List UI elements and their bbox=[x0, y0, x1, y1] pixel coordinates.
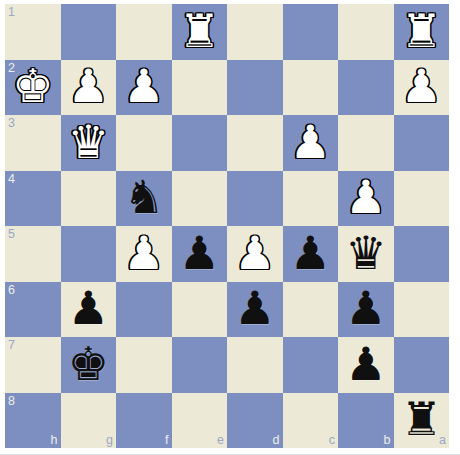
black-pawn-icon[interactable]: ♟ bbox=[234, 285, 275, 331]
rank-label-5: 5 bbox=[8, 228, 15, 241]
white-pawn-icon[interactable]: ♟ bbox=[290, 119, 331, 165]
square-h7[interactable]: 7 bbox=[5, 337, 61, 393]
white-rook-icon[interactable]: ♜ bbox=[179, 8, 220, 54]
rank-label-6: 6 bbox=[8, 284, 15, 297]
square-d2[interactable] bbox=[227, 60, 283, 116]
square-f2[interactable]: ♟ bbox=[116, 60, 172, 116]
white-pawn-icon[interactable]: ♟ bbox=[234, 230, 275, 276]
square-a2[interactable]: ♟ bbox=[394, 60, 450, 116]
white-rook-icon[interactable]: ♜ bbox=[401, 8, 442, 54]
square-e6[interactable] bbox=[172, 282, 228, 338]
square-g7[interactable]: ♚ bbox=[61, 337, 117, 393]
square-d8[interactable]: d bbox=[227, 393, 283, 449]
square-b4[interactable]: ♟ bbox=[338, 171, 394, 227]
file-label-f: f bbox=[165, 434, 168, 447]
square-c2[interactable] bbox=[283, 60, 339, 116]
square-b7[interactable]: ♟ bbox=[338, 337, 394, 393]
square-b3[interactable] bbox=[338, 115, 394, 171]
square-a4[interactable] bbox=[394, 171, 450, 227]
square-c6[interactable] bbox=[283, 282, 339, 338]
white-pawn-icon[interactable]: ♟ bbox=[68, 63, 109, 109]
black-pawn-icon[interactable]: ♟ bbox=[345, 285, 386, 331]
square-d6[interactable]: ♟ bbox=[227, 282, 283, 338]
square-b1[interactable] bbox=[338, 4, 394, 60]
file-label-d: d bbox=[273, 434, 280, 447]
square-d7[interactable] bbox=[227, 337, 283, 393]
square-f3[interactable] bbox=[116, 115, 172, 171]
black-pawn-icon[interactable]: ♟ bbox=[179, 230, 220, 276]
black-pawn-icon[interactable]: ♟ bbox=[68, 285, 109, 331]
black-king-icon[interactable]: ♚ bbox=[68, 341, 109, 387]
white-pawn-icon[interactable]: ♟ bbox=[345, 174, 386, 220]
rank-label-3: 3 bbox=[8, 117, 15, 130]
square-d3[interactable] bbox=[227, 115, 283, 171]
square-h4[interactable]: 4 bbox=[5, 171, 61, 227]
square-c3[interactable]: ♟ bbox=[283, 115, 339, 171]
black-pawn-icon[interactable]: ♟ bbox=[345, 341, 386, 387]
square-g4[interactable] bbox=[61, 171, 117, 227]
square-d4[interactable] bbox=[227, 171, 283, 227]
square-c4[interactable] bbox=[283, 171, 339, 227]
square-g2[interactable]: ♟ bbox=[61, 60, 117, 116]
square-e5[interactable]: ♟ bbox=[172, 226, 228, 282]
square-h2[interactable]: 2♚ bbox=[5, 60, 61, 116]
square-f6[interactable] bbox=[116, 282, 172, 338]
black-rook-icon[interactable]: ♜ bbox=[401, 396, 442, 442]
square-f4[interactable]: ♞ bbox=[116, 171, 172, 227]
rank-label-7: 7 bbox=[8, 339, 15, 352]
rank-label-4: 4 bbox=[8, 173, 15, 186]
chess-diagram: 1♜♜2♚♟♟♟3♛♟4♞♟5♟♟♟♟♛6♟♟♟7♚♟8hgfedcba♜ bbox=[0, 0, 460, 455]
square-h1[interactable]: 1 bbox=[5, 4, 61, 60]
white-pawn-icon[interactable]: ♟ bbox=[123, 230, 164, 276]
square-d1[interactable] bbox=[227, 4, 283, 60]
square-h5[interactable]: 5 bbox=[5, 226, 61, 282]
square-f1[interactable] bbox=[116, 4, 172, 60]
square-b5[interactable]: ♛ bbox=[338, 226, 394, 282]
square-e3[interactable] bbox=[172, 115, 228, 171]
file-label-g: g bbox=[106, 434, 113, 447]
chess-board: 1♜♜2♚♟♟♟3♛♟4♞♟5♟♟♟♟♛6♟♟♟7♚♟8hgfedcba♜ bbox=[5, 4, 449, 448]
square-c7[interactable] bbox=[283, 337, 339, 393]
rank-label-1: 1 bbox=[8, 6, 15, 19]
file-label-b: b bbox=[384, 434, 391, 447]
square-c1[interactable] bbox=[283, 4, 339, 60]
square-g3[interactable]: ♛ bbox=[61, 115, 117, 171]
square-b6[interactable]: ♟ bbox=[338, 282, 394, 338]
square-a1[interactable]: ♜ bbox=[394, 4, 450, 60]
square-e8[interactable]: e bbox=[172, 393, 228, 449]
file-label-h: h bbox=[51, 434, 58, 447]
square-a3[interactable] bbox=[394, 115, 450, 171]
black-knight-icon[interactable]: ♞ bbox=[123, 174, 164, 220]
square-g5[interactable] bbox=[61, 226, 117, 282]
square-g8[interactable]: g bbox=[61, 393, 117, 449]
black-pawn-icon[interactable]: ♟ bbox=[290, 230, 331, 276]
square-a6[interactable] bbox=[394, 282, 450, 338]
square-e4[interactable] bbox=[172, 171, 228, 227]
file-label-c: c bbox=[329, 434, 335, 447]
white-queen-icon[interactable]: ♛ bbox=[68, 119, 109, 165]
square-b2[interactable] bbox=[338, 60, 394, 116]
square-g1[interactable] bbox=[61, 4, 117, 60]
square-g6[interactable]: ♟ bbox=[61, 282, 117, 338]
square-d5[interactable]: ♟ bbox=[227, 226, 283, 282]
square-h8[interactable]: 8h bbox=[5, 393, 61, 449]
square-c8[interactable]: c bbox=[283, 393, 339, 449]
rank-label-8: 8 bbox=[8, 395, 15, 408]
square-h6[interactable]: 6 bbox=[5, 282, 61, 338]
white-pawn-icon[interactable]: ♟ bbox=[401, 63, 442, 109]
black-queen-icon[interactable]: ♛ bbox=[345, 230, 386, 276]
white-pawn-icon[interactable]: ♟ bbox=[123, 63, 164, 109]
square-b8[interactable]: b bbox=[338, 393, 394, 449]
square-e2[interactable] bbox=[172, 60, 228, 116]
white-king-icon[interactable]: ♚ bbox=[12, 63, 53, 109]
square-h3[interactable]: 3 bbox=[5, 115, 61, 171]
square-a5[interactable] bbox=[394, 226, 450, 282]
square-e7[interactable] bbox=[172, 337, 228, 393]
square-e1[interactable]: ♜ bbox=[172, 4, 228, 60]
square-a7[interactable] bbox=[394, 337, 450, 393]
file-label-e: e bbox=[217, 434, 224, 447]
square-f7[interactable] bbox=[116, 337, 172, 393]
square-a8[interactable]: a♜ bbox=[394, 393, 450, 449]
square-c5[interactable]: ♟ bbox=[283, 226, 339, 282]
square-f5[interactable]: ♟ bbox=[116, 226, 172, 282]
square-f8[interactable]: f bbox=[116, 393, 172, 449]
